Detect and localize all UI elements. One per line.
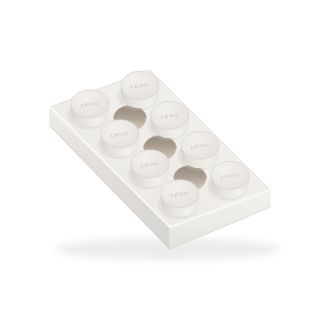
stud: LEGO (118, 71, 160, 111)
stud: LEGO (68, 90, 110, 130)
lego-plate-illustration: LEGOLEGOLEGOLEGOLEGOLEGOLEGOLEGO (0, 0, 320, 320)
product-photo-canvas: LEGOLEGOLEGOLEGOLEGOLEGOLEGOLEGO (0, 0, 320, 320)
